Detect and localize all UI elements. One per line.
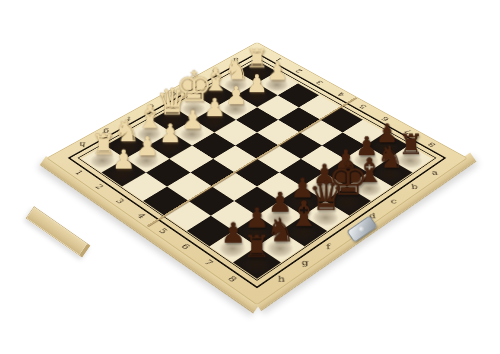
clasp-pin <box>358 225 366 233</box>
square-d4 <box>235 132 278 158</box>
coordinate-label-g: g <box>298 251 313 274</box>
coordinate-label-d: d <box>166 86 180 103</box>
white-pawn: ♟ <box>181 107 204 132</box>
white-pawn: ♟ <box>136 133 159 159</box>
coordinate-label-b: b <box>406 177 422 197</box>
product-photo-scene: ♜♟♟♜♞♟♟♞♝♟♟♝♚♟♟♚♛♟♟♛♝♟♟♝♞♟♟♞♜♟♟♜ 1234567… <box>0 0 500 354</box>
white-pawn: ♟ <box>112 146 136 172</box>
white-pawn: ♟ <box>159 120 182 146</box>
coordinate-label-f: f <box>320 235 335 257</box>
white-pawn: ♟ <box>225 83 247 108</box>
chess-board: ♜♟♟♜♞♟♟♞♝♟♟♝♚♟♟♚♛♟♟♛♝♟♟♝♞♟♟♞♜♟♟♜ 1234567… <box>46 42 467 305</box>
board-grid: ♜♟♟♜♞♟♟♞♝♟♟♝♚♟♟♚♛♟♟♛♝♟♟♝♞♟♟♞♜♟♟♜ <box>81 60 432 278</box>
coordinate-label-a: a <box>427 163 443 183</box>
coordinate-label-c: c <box>386 191 402 212</box>
coordinate-label-f: f <box>121 110 136 128</box>
black-rook: ♜ <box>243 232 271 263</box>
coordinate-label-b: b <box>209 63 222 79</box>
board-wood-border: ♜♟♟♜♞♟♟♞♝♟♟♝♚♟♟♚♛♟♟♛♝♟♟♝♞♟♟♞♜♟♟♜ 1234567… <box>46 42 467 305</box>
box-lower-half-edge <box>25 206 90 258</box>
black-pawn: ♟ <box>221 218 246 246</box>
coordinate-label-e: e <box>144 98 158 115</box>
coordinate-label-a: a <box>230 52 242 68</box>
white-pawn: ♟ <box>203 95 225 120</box>
coordinate-label-h: h <box>274 267 289 291</box>
white-pawn: ♟ <box>246 71 268 96</box>
coordinate-label-c: c <box>188 74 201 91</box>
coordinate-label-h: h <box>74 135 90 154</box>
